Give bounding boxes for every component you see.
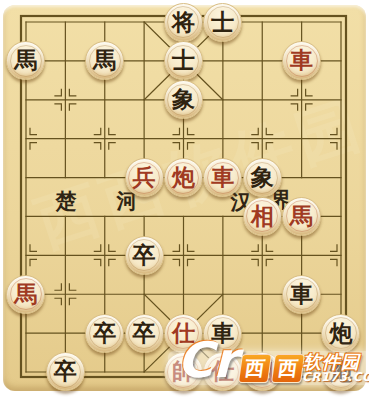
piece-black-卒[interactable]: 卒 bbox=[125, 236, 164, 275]
piece-black-車[interactable]: 車 bbox=[282, 275, 321, 314]
piece-red-兵[interactable]: 兵 bbox=[125, 158, 164, 197]
piece-black-士[interactable]: 士 bbox=[203, 3, 242, 42]
piece-red-炮[interactable]: 炮 bbox=[164, 158, 203, 197]
piece-red-車[interactable]: 車 bbox=[282, 41, 321, 80]
piece-black-将[interactable]: 将 bbox=[164, 3, 203, 42]
watermark-tiles: 西 西 bbox=[238, 354, 305, 383]
piece-black-馬[interactable]: 馬 bbox=[85, 41, 124, 80]
piece-red-馬[interactable]: 馬 bbox=[6, 275, 45, 314]
piece-black-炮[interactable]: 炮 bbox=[321, 314, 360, 353]
piece-red-相[interactable]: 相 bbox=[243, 197, 282, 236]
piece-black-士[interactable]: 士 bbox=[164, 41, 203, 80]
watermark-tile-xi1: 西 bbox=[238, 354, 272, 383]
piece-black-卒[interactable]: 卒 bbox=[46, 352, 85, 391]
watermark-logo: Cr bbox=[177, 336, 237, 385]
piece-black-象[interactable]: 象 bbox=[164, 80, 203, 119]
watermark-url: CR173.COM bbox=[302, 370, 369, 384]
piece-black-馬[interactable]: 馬 bbox=[6, 41, 45, 80]
watermark-tile-xi2: 西 bbox=[271, 354, 305, 383]
piece-black-卒[interactable]: 卒 bbox=[85, 314, 124, 353]
piece-red-馬[interactable]: 馬 bbox=[282, 197, 321, 236]
piece-red-車[interactable]: 車 bbox=[203, 158, 242, 197]
piece-black-卒[interactable]: 卒 bbox=[125, 314, 164, 353]
piece-black-象[interactable]: 象 bbox=[243, 158, 282, 197]
